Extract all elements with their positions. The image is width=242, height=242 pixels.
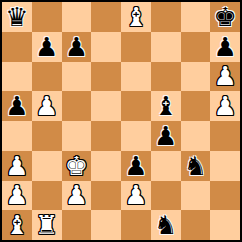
square-h5[interactable]: ♟ xyxy=(210,91,240,121)
square-g4[interactable] xyxy=(181,121,211,151)
piece-black-queen[interactable]: ♛ xyxy=(5,4,28,30)
square-g2[interactable] xyxy=(181,181,211,211)
square-h2[interactable] xyxy=(210,181,240,211)
square-e4[interactable] xyxy=(121,121,151,151)
square-e3[interactable]: ♟ xyxy=(121,151,151,181)
piece-white-bishop[interactable]: ♝ xyxy=(124,4,147,30)
square-h1[interactable] xyxy=(210,210,240,240)
square-e8[interactable]: ♝ xyxy=(121,2,151,32)
square-e7[interactable] xyxy=(121,32,151,62)
piece-black-pawn[interactable]: ♟ xyxy=(5,93,28,119)
square-d3[interactable] xyxy=(91,151,121,181)
square-b2[interactable] xyxy=(32,181,62,211)
square-g6[interactable] xyxy=(181,62,211,92)
square-b3[interactable] xyxy=(32,151,62,181)
square-a7[interactable] xyxy=(2,32,32,62)
piece-black-pawn[interactable]: ♟ xyxy=(65,34,88,60)
square-f5[interactable]: ♝ xyxy=(151,91,181,121)
square-b1[interactable]: ♜ xyxy=(32,210,62,240)
square-d2[interactable] xyxy=(91,181,121,211)
square-b6[interactable] xyxy=(32,62,62,92)
piece-white-pawn[interactable]: ♟ xyxy=(124,182,147,208)
square-h4[interactable] xyxy=(210,121,240,151)
square-g7[interactable] xyxy=(181,32,211,62)
piece-black-knight[interactable]: ♞ xyxy=(154,212,177,238)
square-b5[interactable]: ♟ xyxy=(32,91,62,121)
square-e2[interactable]: ♟ xyxy=(121,181,151,211)
square-d8[interactable] xyxy=(91,2,121,32)
square-c1[interactable] xyxy=(62,210,92,240)
piece-black-pawn[interactable]: ♟ xyxy=(213,34,236,60)
square-d4[interactable] xyxy=(91,121,121,151)
piece-white-pawn[interactable]: ♟ xyxy=(213,93,236,119)
piece-black-king[interactable]: ♚ xyxy=(213,4,236,30)
square-c3[interactable]: ♚ xyxy=(62,151,92,181)
piece-white-king[interactable]: ♚ xyxy=(65,153,88,179)
square-f6[interactable] xyxy=(151,62,181,92)
square-f2[interactable] xyxy=(151,181,181,211)
square-f8[interactable] xyxy=(151,2,181,32)
piece-black-bishop[interactable]: ♝ xyxy=(154,93,177,119)
square-e1[interactable] xyxy=(121,210,151,240)
square-c2[interactable]: ♟ xyxy=(62,181,92,211)
square-f7[interactable] xyxy=(151,32,181,62)
square-a6[interactable] xyxy=(2,62,32,92)
square-h7[interactable]: ♟ xyxy=(210,32,240,62)
square-f3[interactable] xyxy=(151,151,181,181)
square-a8[interactable]: ♛ xyxy=(2,2,32,32)
piece-white-pawn[interactable]: ♟ xyxy=(5,182,28,208)
square-a3[interactable]: ♟ xyxy=(2,151,32,181)
square-g5[interactable] xyxy=(181,91,211,121)
chess-board: ♛♝♚♟♟♟♟♟♟♝♟♟♟♚♟♞♟♟♟♝♜♞ xyxy=(0,0,242,242)
square-g8[interactable] xyxy=(181,2,211,32)
square-b7[interactable]: ♟ xyxy=(32,32,62,62)
piece-black-pawn[interactable]: ♟ xyxy=(124,153,147,179)
square-a1[interactable]: ♝ xyxy=(2,210,32,240)
piece-black-pawn[interactable]: ♟ xyxy=(154,123,177,149)
square-d1[interactable] xyxy=(91,210,121,240)
square-f1[interactable]: ♞ xyxy=(151,210,181,240)
square-c4[interactable] xyxy=(62,121,92,151)
square-e5[interactable] xyxy=(121,91,151,121)
square-c7[interactable]: ♟ xyxy=(62,32,92,62)
square-c5[interactable] xyxy=(62,91,92,121)
piece-white-pawn[interactable]: ♟ xyxy=(35,93,58,119)
square-e6[interactable] xyxy=(121,62,151,92)
square-g3[interactable]: ♞ xyxy=(181,151,211,181)
piece-white-pawn[interactable]: ♟ xyxy=(65,182,88,208)
square-f4[interactable]: ♟ xyxy=(151,121,181,151)
square-h3[interactable] xyxy=(210,151,240,181)
piece-white-pawn[interactable]: ♟ xyxy=(213,63,236,89)
square-a4[interactable] xyxy=(2,121,32,151)
square-a5[interactable]: ♟ xyxy=(2,91,32,121)
piece-white-bishop[interactable]: ♝ xyxy=(5,212,28,238)
square-a2[interactable]: ♟ xyxy=(2,181,32,211)
piece-black-pawn[interactable]: ♟ xyxy=(35,34,58,60)
square-d6[interactable] xyxy=(91,62,121,92)
piece-white-pawn[interactable]: ♟ xyxy=(5,153,28,179)
square-d5[interactable] xyxy=(91,91,121,121)
piece-white-rook[interactable]: ♜ xyxy=(35,212,58,238)
square-g1[interactable] xyxy=(181,210,211,240)
square-h6[interactable]: ♟ xyxy=(210,62,240,92)
square-d7[interactable] xyxy=(91,32,121,62)
square-c8[interactable] xyxy=(62,2,92,32)
square-b4[interactable] xyxy=(32,121,62,151)
piece-black-knight[interactable]: ♞ xyxy=(184,153,207,179)
square-b8[interactable] xyxy=(32,2,62,32)
square-h8[interactable]: ♚ xyxy=(210,2,240,32)
square-c6[interactable] xyxy=(62,62,92,92)
